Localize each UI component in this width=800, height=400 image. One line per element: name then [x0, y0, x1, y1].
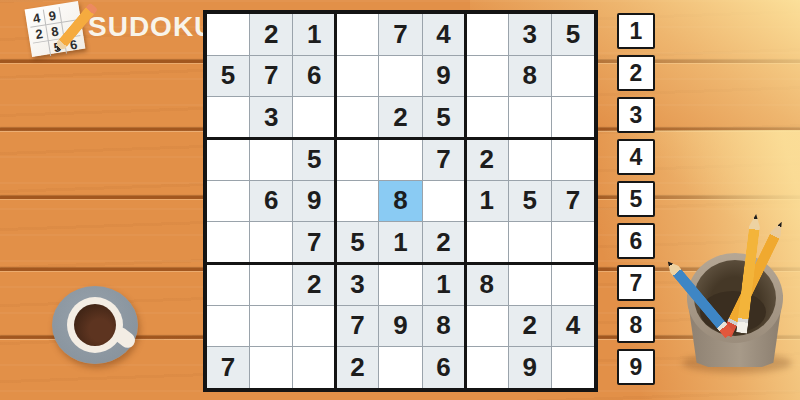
- cell-r5c1[interactable]: [207, 181, 249, 222]
- cell-r6c3[interactable]: 7: [293, 222, 335, 263]
- cell-r8c4[interactable]: 7: [336, 306, 378, 347]
- numpad-button-7[interactable]: 7: [617, 265, 655, 301]
- cell-r5c5[interactable]: 8: [379, 181, 421, 222]
- cell-r2c8[interactable]: 8: [509, 56, 551, 97]
- cell-r3c9[interactable]: [552, 97, 594, 138]
- cell-r3c4[interactable]: [336, 97, 378, 138]
- cell-r8c5[interactable]: 9: [379, 306, 421, 347]
- cell-r7c1[interactable]: [207, 264, 249, 305]
- cell-r2c2[interactable]: 7: [250, 56, 292, 97]
- cell-r2c7[interactable]: [466, 56, 508, 97]
- coffee-cup: [52, 286, 138, 364]
- cell-r8c3[interactable]: [293, 306, 335, 347]
- numpad-button-5[interactable]: 5: [617, 181, 655, 217]
- cell-r2c3[interactable]: 6: [293, 56, 335, 97]
- cell-r3c1[interactable]: [207, 97, 249, 138]
- cell-r8c9[interactable]: 4: [552, 306, 594, 347]
- numpad-button-2[interactable]: 2: [617, 55, 655, 91]
- cell-r9c3[interactable]: [293, 347, 335, 388]
- cell-r4c6[interactable]: 7: [423, 139, 465, 180]
- cell-r3c6[interactable]: 5: [423, 97, 465, 138]
- cell-r2c6[interactable]: 9: [423, 56, 465, 97]
- numpad-button-8[interactable]: 8: [617, 307, 655, 343]
- coffee-liquid: [74, 304, 116, 346]
- cell-r3c7[interactable]: [466, 97, 508, 138]
- cell-r7c5[interactable]: [379, 264, 421, 305]
- cell-r8c6[interactable]: 8: [423, 306, 465, 347]
- numpad-button-6[interactable]: 6: [617, 223, 655, 259]
- cell-r4c2[interactable]: [250, 139, 292, 180]
- pencil-holder: [670, 195, 800, 380]
- cell-r4c5[interactable]: [379, 139, 421, 180]
- cell-r1c7[interactable]: [466, 14, 508, 55]
- cell-r3c2[interactable]: 3: [250, 97, 292, 138]
- cell-r2c5[interactable]: [379, 56, 421, 97]
- cell-r3c5[interactable]: 2: [379, 97, 421, 138]
- box-separator-vertical: [464, 14, 467, 388]
- cell-r1c1[interactable]: [207, 14, 249, 55]
- numpad-button-4[interactable]: 4: [617, 139, 655, 175]
- cell-r7c3[interactable]: 2: [293, 264, 335, 305]
- cell-r5c8[interactable]: 5: [509, 181, 551, 222]
- cell-r1c3[interactable]: 1: [293, 14, 335, 55]
- app-logo: 492856: [26, 3, 92, 61]
- page-title: SUDOKU: [88, 11, 215, 43]
- cell-r7c7[interactable]: 8: [466, 264, 508, 305]
- cell-r2c1[interactable]: 5: [207, 56, 249, 97]
- cell-r6c8[interactable]: [509, 222, 551, 263]
- cell-r5c4[interactable]: [336, 181, 378, 222]
- cell-r8c8[interactable]: 2: [509, 306, 551, 347]
- cell-r5c9[interactable]: 7: [552, 181, 594, 222]
- cell-r1c9[interactable]: 5: [552, 14, 594, 55]
- sudoku-board[interactable]: 2174355769832557269815775122318798247269: [203, 10, 598, 392]
- cell-r4c4[interactable]: [336, 139, 378, 180]
- cell-r2c4[interactable]: [336, 56, 378, 97]
- cell-r7c4[interactable]: 3: [336, 264, 378, 305]
- cell-r9c8[interactable]: 9: [509, 347, 551, 388]
- numpad-button-3[interactable]: 3: [617, 97, 655, 133]
- cell-r4c3[interactable]: 5: [293, 139, 335, 180]
- numpad: 123456789: [617, 13, 655, 385]
- cell-r5c6[interactable]: [423, 181, 465, 222]
- cell-r9c4[interactable]: 2: [336, 347, 378, 388]
- cell-r9c5[interactable]: [379, 347, 421, 388]
- cell-r6c5[interactable]: 1: [379, 222, 421, 263]
- cell-r6c1[interactable]: [207, 222, 249, 263]
- box-separator-horizontal: [207, 262, 594, 265]
- cell-r6c9[interactable]: [552, 222, 594, 263]
- cell-r7c2[interactable]: [250, 264, 292, 305]
- box-separator-vertical: [334, 14, 337, 388]
- cell-r1c6[interactable]: 4: [423, 14, 465, 55]
- cell-r4c7[interactable]: 2: [466, 139, 508, 180]
- cell-r5c7[interactable]: 1: [466, 181, 508, 222]
- cell-r7c8[interactable]: [509, 264, 551, 305]
- box-separator-horizontal: [207, 137, 594, 140]
- numpad-button-1[interactable]: 1: [617, 13, 655, 49]
- cell-r9c7[interactable]: [466, 347, 508, 388]
- cell-r4c8[interactable]: [509, 139, 551, 180]
- cell-r5c2[interactable]: 6: [250, 181, 292, 222]
- cell-r6c2[interactable]: [250, 222, 292, 263]
- cell-r2c9[interactable]: [552, 56, 594, 97]
- cell-r6c4[interactable]: 5: [336, 222, 378, 263]
- cell-r9c9[interactable]: [552, 347, 594, 388]
- cell-r9c6[interactable]: 6: [423, 347, 465, 388]
- cell-r6c7[interactable]: [466, 222, 508, 263]
- cell-r7c6[interactable]: 1: [423, 264, 465, 305]
- cell-r1c4[interactable]: [336, 14, 378, 55]
- cell-r8c1[interactable]: [207, 306, 249, 347]
- numpad-button-9[interactable]: 9: [617, 349, 655, 385]
- cell-r8c2[interactable]: [250, 306, 292, 347]
- cell-r9c1[interactable]: 7: [207, 347, 249, 388]
- cell-r4c9[interactable]: [552, 139, 594, 180]
- cell-r1c8[interactable]: 3: [509, 14, 551, 55]
- cell-r9c2[interactable]: [250, 347, 292, 388]
- cell-r8c7[interactable]: [466, 306, 508, 347]
- cell-r5c3[interactable]: 9: [293, 181, 335, 222]
- cell-r3c3[interactable]: [293, 97, 335, 138]
- cell-r7c9[interactable]: [552, 264, 594, 305]
- cell-r4c1[interactable]: [207, 139, 249, 180]
- cell-r6c6[interactable]: 2: [423, 222, 465, 263]
- cell-r1c2[interactable]: 2: [250, 14, 292, 55]
- cell-r3c8[interactable]: [509, 97, 551, 138]
- cell-r1c5[interactable]: 7: [379, 14, 421, 55]
